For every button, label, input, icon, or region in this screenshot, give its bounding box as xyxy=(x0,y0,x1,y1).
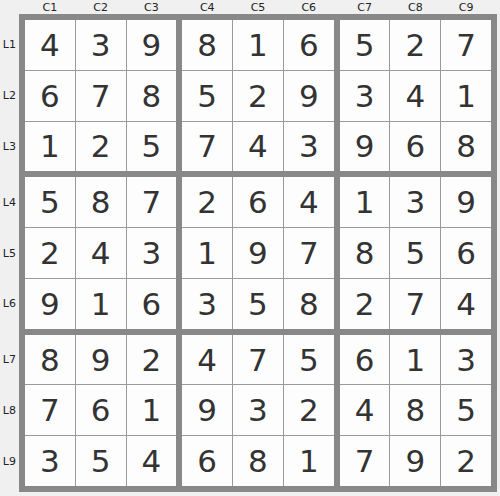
cell-L6C2[interactable]: 1 xyxy=(76,279,126,329)
row-label-L6: L6 xyxy=(0,279,19,329)
cell-L7C8[interactable]: 1 xyxy=(390,335,440,385)
column-labels: C1C2C3C4C5C6C7C8C9 xyxy=(19,0,497,14)
cell-L5C7[interactable]: 8 xyxy=(340,228,390,278)
cell-L1C3[interactable]: 9 xyxy=(127,20,177,70)
cell-L2C4[interactable]: 5 xyxy=(182,71,232,121)
cell-L1C1[interactable]: 4 xyxy=(25,20,75,70)
box-3-1: 892761354 xyxy=(25,335,176,486)
cell-L3C2[interactable]: 2 xyxy=(76,122,126,172)
col-label-C5: C5 xyxy=(233,2,283,13)
cell-L8C1[interactable]: 7 xyxy=(25,385,75,435)
cell-L6C4[interactable]: 3 xyxy=(182,279,232,329)
col-label-C7: C7 xyxy=(340,2,390,13)
cell-L2C9[interactable]: 1 xyxy=(441,71,491,121)
row-label-L4: L4 xyxy=(0,177,19,227)
cell-L8C7[interactable]: 4 xyxy=(340,385,390,435)
cell-L1C5[interactable]: 1 xyxy=(233,20,283,70)
cell-L3C9[interactable]: 8 xyxy=(441,122,491,172)
cell-L2C5[interactable]: 2 xyxy=(233,71,283,121)
box-2-3: 139856274 xyxy=(340,177,491,328)
cell-L4C3[interactable]: 7 xyxy=(127,177,177,227)
cell-L5C8[interactable]: 5 xyxy=(390,228,440,278)
cell-L4C6[interactable]: 4 xyxy=(284,177,334,227)
row-label-L3: L3 xyxy=(0,122,19,172)
cell-L9C2[interactable]: 5 xyxy=(76,436,126,486)
cell-L6C6[interactable]: 8 xyxy=(284,279,334,329)
cell-L9C4[interactable]: 6 xyxy=(182,436,232,486)
cell-L9C7[interactable]: 7 xyxy=(340,436,390,486)
cell-L4C9[interactable]: 9 xyxy=(441,177,491,227)
box-2-2: 264197358 xyxy=(182,177,333,328)
column-label-group-3: C7C8C9 xyxy=(340,2,491,13)
box-3-2: 475932681 xyxy=(182,335,333,486)
cell-L3C5[interactable]: 4 xyxy=(233,122,283,172)
row-labels: L1L2L3L4L5L6L7L8L9 xyxy=(0,14,19,492)
cell-L7C4[interactable]: 4 xyxy=(182,335,232,385)
cell-L9C5[interactable]: 8 xyxy=(233,436,283,486)
cell-L7C2[interactable]: 9 xyxy=(76,335,126,385)
cell-L7C9[interactable]: 3 xyxy=(441,335,491,385)
col-label-C8: C8 xyxy=(390,2,440,13)
cell-L8C9[interactable]: 5 xyxy=(441,385,491,435)
cell-L8C3[interactable]: 1 xyxy=(127,385,177,435)
cell-L1C8[interactable]: 2 xyxy=(390,20,440,70)
col-label-C6: C6 xyxy=(284,2,334,13)
column-label-group-2: C4C5C6 xyxy=(182,2,333,13)
cell-L8C6[interactable]: 2 xyxy=(284,385,334,435)
cell-L7C1[interactable]: 8 xyxy=(25,335,75,385)
cell-L4C8[interactable]: 3 xyxy=(390,177,440,227)
sudoku-board: 4396781258165297435273419685872439162641… xyxy=(19,14,497,492)
cell-L5C3[interactable]: 3 xyxy=(127,228,177,278)
sudoku-page: C1C2C3C4C5C6C7C8C9 L1L2L3L4L5L6L7L8L9 43… xyxy=(0,0,500,496)
cell-L2C1[interactable]: 6 xyxy=(25,71,75,121)
corner-spacer xyxy=(0,0,19,14)
cell-L5C5[interactable]: 9 xyxy=(233,228,283,278)
cell-L9C8[interactable]: 9 xyxy=(390,436,440,486)
cell-L6C9[interactable]: 4 xyxy=(441,279,491,329)
cell-L8C2[interactable]: 6 xyxy=(76,385,126,435)
cell-L1C7[interactable]: 5 xyxy=(340,20,390,70)
cell-L5C2[interactable]: 4 xyxy=(76,228,126,278)
cell-L4C5[interactable]: 6 xyxy=(233,177,283,227)
cell-L8C4[interactable]: 9 xyxy=(182,385,232,435)
cell-L6C5[interactable]: 5 xyxy=(233,279,283,329)
cell-L7C3[interactable]: 2 xyxy=(127,335,177,385)
cell-L3C3[interactable]: 5 xyxy=(127,122,177,172)
cell-L9C6[interactable]: 1 xyxy=(284,436,334,486)
col-label-C3: C3 xyxy=(127,2,177,13)
cell-L3C1[interactable]: 1 xyxy=(25,122,75,172)
row-label-group-1: L1L2L3 xyxy=(0,20,19,171)
row-label-L7: L7 xyxy=(0,335,19,385)
box-1-3: 527341968 xyxy=(340,20,491,171)
col-label-C9: C9 xyxy=(441,2,491,13)
cell-L1C2[interactable]: 3 xyxy=(76,20,126,70)
col-label-C2: C2 xyxy=(76,2,126,13)
cell-L5C9[interactable]: 6 xyxy=(441,228,491,278)
row-label-L2: L2 xyxy=(0,71,19,121)
box-1-1: 439678125 xyxy=(25,20,176,171)
cell-L3C6[interactable]: 3 xyxy=(284,122,334,172)
col-label-C1: C1 xyxy=(25,2,75,13)
cell-L9C3[interactable]: 4 xyxy=(127,436,177,486)
cell-L3C8[interactable]: 6 xyxy=(390,122,440,172)
cell-L6C1[interactable]: 9 xyxy=(25,279,75,329)
cell-L6C7[interactable]: 2 xyxy=(340,279,390,329)
cell-L1C9[interactable]: 7 xyxy=(441,20,491,70)
cell-L5C4[interactable]: 1 xyxy=(182,228,232,278)
cell-L3C4[interactable]: 7 xyxy=(182,122,232,172)
cell-L2C7[interactable]: 3 xyxy=(340,71,390,121)
box-2-1: 587243916 xyxy=(25,177,176,328)
cell-L1C4[interactable]: 8 xyxy=(182,20,232,70)
cell-L2C2[interactable]: 7 xyxy=(76,71,126,121)
cell-L6C3[interactable]: 6 xyxy=(127,279,177,329)
box-1-2: 816529743 xyxy=(182,20,333,171)
row-label-L5: L5 xyxy=(0,228,19,278)
cell-L2C3[interactable]: 8 xyxy=(127,71,177,121)
cell-L4C2[interactable]: 8 xyxy=(76,177,126,227)
cell-L5C1[interactable]: 2 xyxy=(25,228,75,278)
cell-L7C5[interactable]: 7 xyxy=(233,335,283,385)
box-3-3: 613485792 xyxy=(340,335,491,486)
cell-L2C6[interactable]: 9 xyxy=(284,71,334,121)
row-label-L8: L8 xyxy=(0,385,19,435)
cell-L4C1[interactable]: 5 xyxy=(25,177,75,227)
row-label-L9: L9 xyxy=(0,436,19,486)
cell-L8C8[interactable]: 8 xyxy=(390,385,440,435)
cell-L4C7[interactable]: 1 xyxy=(340,177,390,227)
cell-L2C8[interactable]: 4 xyxy=(390,71,440,121)
row-label-group-2: L4L5L6 xyxy=(0,177,19,328)
cell-L3C7[interactable]: 9 xyxy=(340,122,390,172)
cell-L6C8[interactable]: 7 xyxy=(390,279,440,329)
cell-L8C5[interactable]: 3 xyxy=(233,385,283,435)
cell-L4C4[interactable]: 2 xyxy=(182,177,232,227)
cell-L5C6[interactable]: 7 xyxy=(284,228,334,278)
row-label-group-3: L7L8L9 xyxy=(0,335,19,486)
column-label-group-1: C1C2C3 xyxy=(25,2,176,13)
cell-L1C6[interactable]: 6 xyxy=(284,20,334,70)
col-label-C4: C4 xyxy=(182,2,232,13)
cell-L7C7[interactable]: 6 xyxy=(340,335,390,385)
cell-L9C1[interactable]: 3 xyxy=(25,436,75,486)
cell-L9C9[interactable]: 2 xyxy=(441,436,491,486)
cell-L7C6[interactable]: 5 xyxy=(284,335,334,385)
row-label-L1: L1 xyxy=(0,20,19,70)
